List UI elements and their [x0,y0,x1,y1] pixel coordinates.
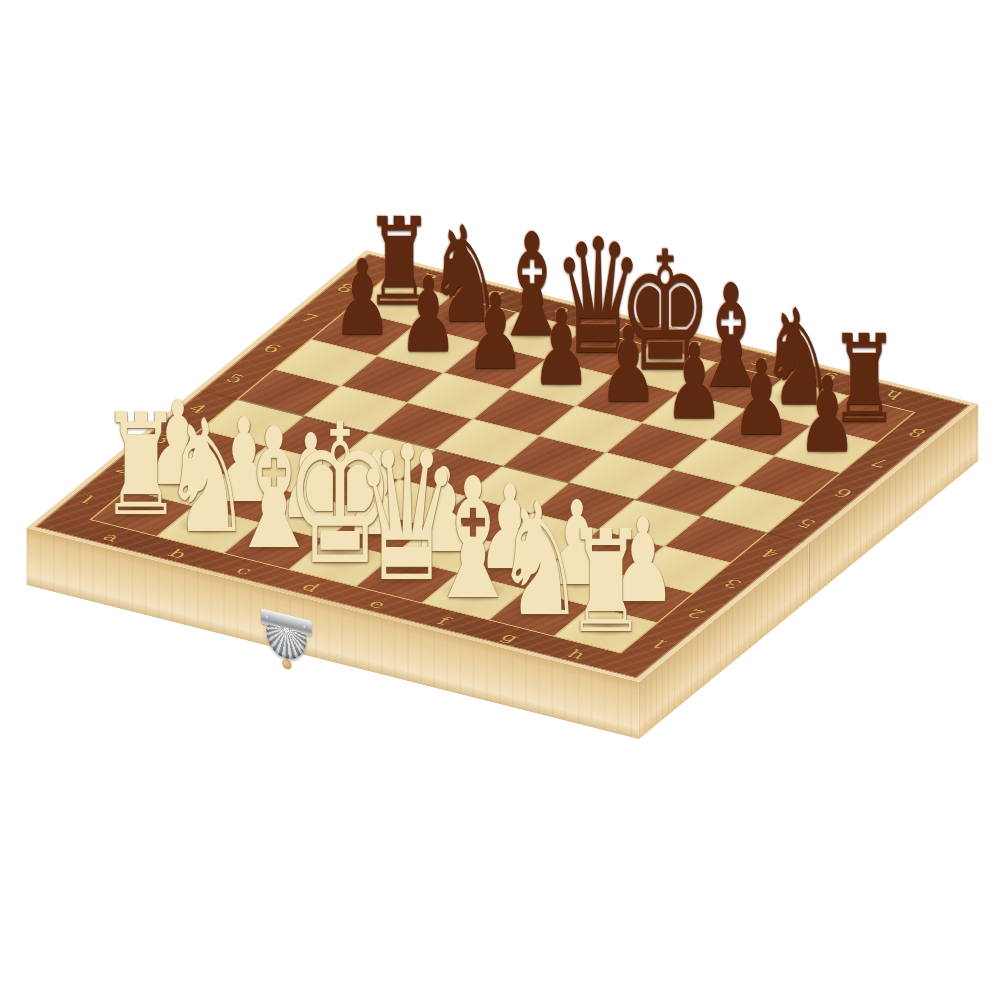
square-h4[interactable] [666,517,766,563]
piece-black-pawn[interactable]: ♟ [664,330,724,434]
rank-label-1-right: 1 [647,637,672,650]
latch-knob [282,658,292,670]
rank-label-6-left: 6 [259,342,284,355]
latch-clasp-icon[interactable] [261,608,312,681]
rank-label-5-right: 5 [794,516,819,529]
rank-label-6-right: 6 [831,486,856,499]
piece-black-pawn[interactable]: ♟ [399,263,459,367]
chess-set-photo: aabbccddeeffgghh1122334455667788 ♜♞♝♛♚♝♞… [0,0,1002,1002]
piece-black-pawn[interactable]: ♟ [531,297,591,401]
piece-black-pawn[interactable]: ♟ [731,347,791,451]
rank-label-8-right: 8 [905,426,930,439]
rank-label-1-left: 1 [75,493,100,506]
piece-black-pawn[interactable]: ♟ [332,246,392,350]
rank-label-7-left: 7 [296,312,321,325]
rank-label-5-left: 5 [222,373,247,386]
piece-black-pawn[interactable]: ♟ [465,280,525,384]
piece-white-rook[interactable]: ♜ [566,512,647,653]
rank-label-3-right: 3 [721,577,746,590]
rank-label-7-right: 7 [868,456,893,469]
piece-black-pawn[interactable]: ♟ [598,313,658,417]
square-h5[interactable] [703,487,803,533]
rank-label-2-right: 2 [684,607,709,620]
fold-seam-side [808,542,810,601]
rank-label-4-right: 4 [758,547,783,560]
piece-black-pawn[interactable]: ♟ [797,363,857,467]
